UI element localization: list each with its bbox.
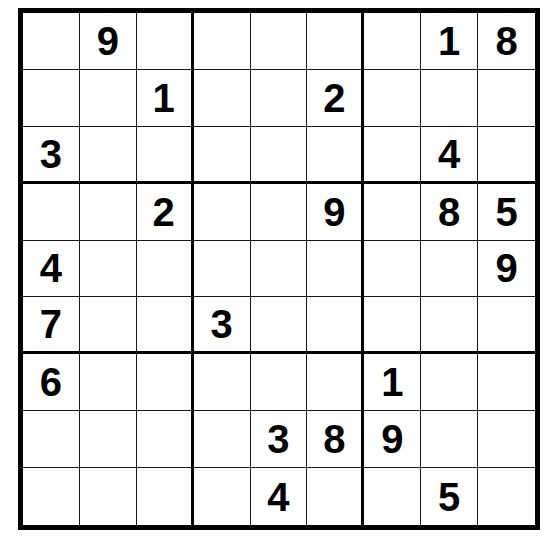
cell-r5c4[interactable] (194, 241, 251, 298)
cell-r5c6[interactable] (307, 241, 364, 298)
cell-r9c2[interactable] (80, 468, 137, 525)
cell-r9c6[interactable] (307, 468, 364, 525)
sudoku-board: 9181234298549736138945 (18, 8, 540, 530)
cell-r5c2[interactable] (80, 241, 137, 298)
cell-r1c5[interactable] (251, 13, 308, 70)
given-digit: 3 (210, 304, 232, 344)
cell-r6c8[interactable] (421, 297, 478, 354)
cell-r5c7[interactable] (364, 241, 421, 298)
cell-r3c7[interactable] (364, 127, 421, 184)
given-digit: 9 (381, 419, 403, 459)
given-digit: 5 (495, 192, 517, 232)
cell-r4c7[interactable] (364, 184, 421, 241)
cell-r8c3[interactable] (137, 411, 194, 468)
cell-r8c7[interactable]: 9 (364, 411, 421, 468)
cell-r1c7[interactable] (364, 13, 421, 70)
cell-r5c1[interactable]: 4 (23, 241, 80, 298)
cell-r2c2[interactable] (80, 70, 137, 127)
cell-r2c8[interactable] (421, 70, 478, 127)
cell-r3c4[interactable] (194, 127, 251, 184)
cell-r7c4[interactable] (194, 354, 251, 411)
given-digit: 8 (438, 192, 460, 232)
cell-r8c4[interactable] (194, 411, 251, 468)
given-digit: 9 (323, 192, 345, 232)
cell-r4c4[interactable] (194, 184, 251, 241)
cell-r4c6[interactable]: 9 (307, 184, 364, 241)
given-digit: 5 (438, 477, 460, 517)
cell-r7c8[interactable] (421, 354, 478, 411)
cell-r1c1[interactable] (23, 13, 80, 70)
cell-r1c9[interactable]: 8 (478, 13, 535, 70)
cell-r3c6[interactable] (307, 127, 364, 184)
cell-r7c3[interactable] (137, 354, 194, 411)
cell-r9c1[interactable] (23, 468, 80, 525)
cell-r5c3[interactable] (137, 241, 194, 298)
cell-r8c6[interactable]: 8 (307, 411, 364, 468)
given-digit: 3 (40, 134, 62, 174)
cell-r1c8[interactable]: 1 (421, 13, 478, 70)
cell-r5c9[interactable]: 9 (478, 241, 535, 298)
given-digit: 2 (153, 192, 175, 232)
cell-r9c4[interactable] (194, 468, 251, 525)
given-digit: 4 (267, 477, 289, 517)
cell-r8c1[interactable] (23, 411, 80, 468)
cell-r6c6[interactable] (307, 297, 364, 354)
cell-r2c6[interactable]: 2 (307, 70, 364, 127)
cell-r5c5[interactable] (251, 241, 308, 298)
cell-r8c2[interactable] (80, 411, 137, 468)
given-digit: 6 (40, 362, 62, 402)
given-digit: 8 (495, 21, 517, 61)
given-digit: 7 (40, 304, 62, 344)
cell-r2c1[interactable] (23, 70, 80, 127)
given-digit: 9 (495, 248, 517, 288)
cell-r6c7[interactable] (364, 297, 421, 354)
cell-r8c9[interactable] (478, 411, 535, 468)
cell-r6c2[interactable] (80, 297, 137, 354)
cell-r4c9[interactable]: 5 (478, 184, 535, 241)
given-digit: 3 (267, 419, 289, 459)
cell-r9c5[interactable]: 4 (251, 468, 308, 525)
given-digit: 1 (381, 362, 403, 402)
cell-r2c7[interactable] (364, 70, 421, 127)
given-digit: 4 (438, 134, 460, 174)
cell-r7c6[interactable] (307, 354, 364, 411)
cell-r4c1[interactable] (23, 184, 80, 241)
given-digit: 4 (40, 248, 62, 288)
given-digit: 9 (97, 21, 119, 61)
given-digit: 2 (323, 78, 345, 118)
cell-r7c5[interactable] (251, 354, 308, 411)
cell-r3c1[interactable]: 3 (23, 127, 80, 184)
cell-r8c5[interactable]: 3 (251, 411, 308, 468)
cell-r6c1[interactable]: 7 (23, 297, 80, 354)
cell-r9c7[interactable] (364, 468, 421, 525)
cell-r7c2[interactable] (80, 354, 137, 411)
cell-r6c5[interactable] (251, 297, 308, 354)
cell-r7c7[interactable]: 1 (364, 354, 421, 411)
cell-r1c3[interactable] (137, 13, 194, 70)
cell-r2c3[interactable]: 1 (137, 70, 194, 127)
cell-r5c8[interactable] (421, 241, 478, 298)
cell-r1c4[interactable] (194, 13, 251, 70)
cell-r4c8[interactable]: 8 (421, 184, 478, 241)
cell-r9c3[interactable] (137, 468, 194, 525)
cell-r6c4[interactable]: 3 (194, 297, 251, 354)
given-digit: 1 (153, 78, 175, 118)
cell-r2c5[interactable] (251, 70, 308, 127)
cell-r3c9[interactable] (478, 127, 535, 184)
cell-r2c4[interactable] (194, 70, 251, 127)
cell-r7c9[interactable] (478, 354, 535, 411)
given-digit: 8 (323, 419, 345, 459)
cell-r9c9[interactable] (478, 468, 535, 525)
sudoku-page: 9181234298549736138945 (0, 0, 550, 538)
cell-r4c5[interactable] (251, 184, 308, 241)
cell-r6c9[interactable] (478, 297, 535, 354)
cell-r3c5[interactable] (251, 127, 308, 184)
cell-r2c9[interactable] (478, 70, 535, 127)
cell-r3c3[interactable] (137, 127, 194, 184)
cell-r8c8[interactable] (421, 411, 478, 468)
cell-r9c8[interactable]: 5 (421, 468, 478, 525)
given-digit: 1 (438, 21, 460, 61)
cell-r6c3[interactable] (137, 297, 194, 354)
cell-r4c2[interactable] (80, 184, 137, 241)
cell-r7c1[interactable]: 6 (23, 354, 80, 411)
cell-r4c3[interactable]: 2 (137, 184, 194, 241)
cell-r1c6[interactable] (307, 13, 364, 70)
cell-r3c2[interactable] (80, 127, 137, 184)
cell-r1c2[interactable]: 9 (80, 13, 137, 70)
cell-r3c8[interactable]: 4 (421, 127, 478, 184)
